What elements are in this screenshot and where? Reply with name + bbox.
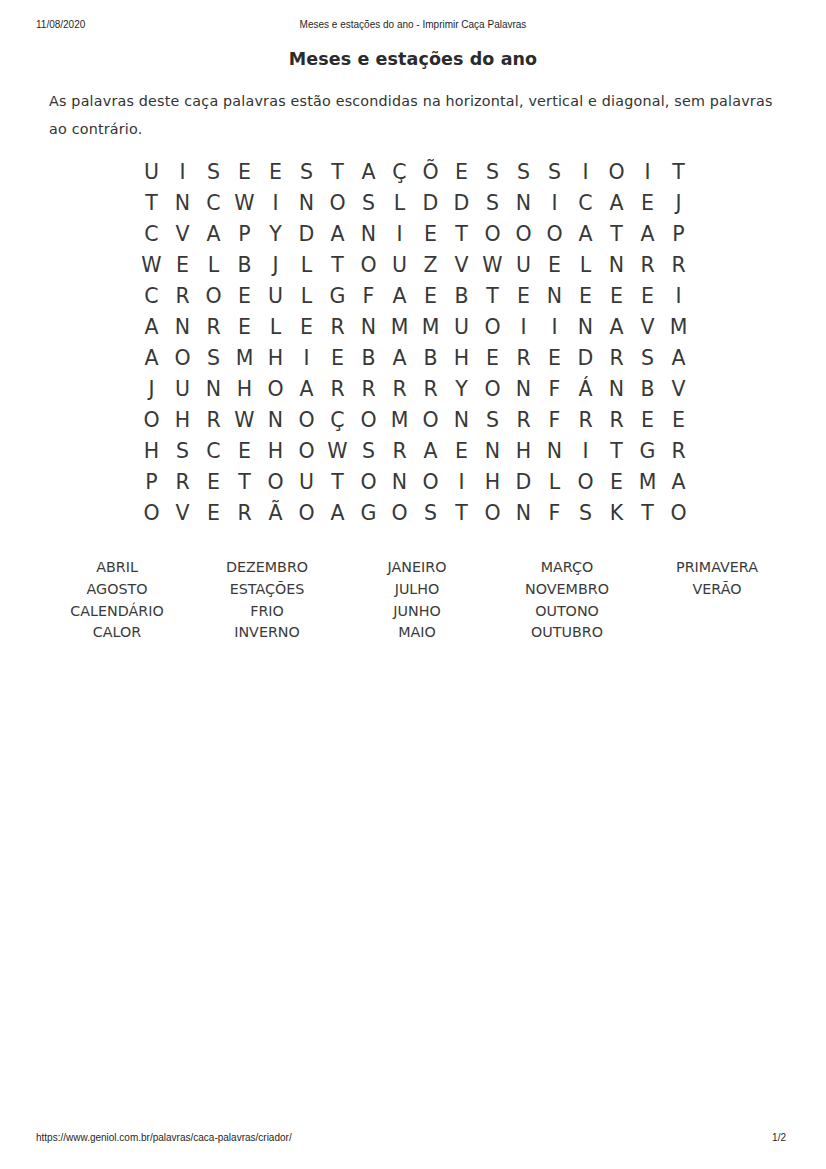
grid-cell: A xyxy=(663,342,694,373)
word-list-column: DEZEMBROESTAÇÕESFRIOINVERNO xyxy=(192,557,342,644)
grid-cell: D xyxy=(570,342,601,373)
grid-cell: O xyxy=(353,249,384,280)
grid-cell: B xyxy=(632,373,663,404)
grid-cell: I xyxy=(291,342,322,373)
grid-cell: N xyxy=(353,218,384,249)
grid-cell: G xyxy=(353,497,384,528)
grid-cell: N xyxy=(446,404,477,435)
grid-cell: O xyxy=(415,404,446,435)
print-footer-url: https://www.geniol.com.br/palavras/caca-… xyxy=(36,1132,292,1143)
page-number: 1/2 xyxy=(772,1132,786,1143)
word-item: OUTONO xyxy=(492,601,642,623)
grid-cell: N xyxy=(539,435,570,466)
grid-cell: O xyxy=(477,311,508,342)
grid-cell: R xyxy=(632,249,663,280)
grid-cell: N xyxy=(167,187,198,218)
grid-cell: O xyxy=(477,497,508,528)
grid-cell: T xyxy=(632,497,663,528)
grid-cell: W xyxy=(477,249,508,280)
grid-cell: L xyxy=(384,187,415,218)
grid-cell: I xyxy=(539,187,570,218)
grid-cell: A xyxy=(198,218,229,249)
grid-cell: N xyxy=(508,373,539,404)
grid-cell: S xyxy=(415,497,446,528)
grid-cell: O xyxy=(260,373,291,404)
grid-cell: W xyxy=(229,404,260,435)
grid-cell: A xyxy=(322,218,353,249)
grid-cell: E xyxy=(291,311,322,342)
grid-cell: H xyxy=(167,404,198,435)
grid-cell: I xyxy=(446,466,477,497)
grid-cell: E xyxy=(198,497,229,528)
grid-cell: C xyxy=(136,280,167,311)
grid-cell: W xyxy=(229,187,260,218)
grid-cell: T xyxy=(446,497,477,528)
grid-cell: R xyxy=(415,373,446,404)
word-item: CALENDÁRIO xyxy=(42,601,192,623)
word-list-column: MARÇONOVEMBROOUTONOOUTUBRO xyxy=(492,557,642,644)
grid-cell: A xyxy=(136,311,167,342)
grid-cell: P xyxy=(663,218,694,249)
grid-cell: A xyxy=(353,156,384,187)
word-item: ESTAÇÕES xyxy=(192,579,342,601)
grid-cell: H xyxy=(446,342,477,373)
grid-cell: E xyxy=(570,280,601,311)
word-item: JANEIRO xyxy=(342,557,492,579)
word-item: NOVEMBRO xyxy=(492,579,642,601)
word-list-column: ABRILAGOSTOCALENDÁRIOCALOR xyxy=(42,557,192,644)
grid-cell: S xyxy=(632,342,663,373)
word-item: CALOR xyxy=(42,622,192,644)
grid-cell: O xyxy=(477,373,508,404)
word-list-column: PRIMAVERAVERÃO xyxy=(642,557,792,601)
grid-cell: R xyxy=(508,404,539,435)
grid-cell: T xyxy=(322,466,353,497)
word-list-column: JANEIROJULHOJUNHOMAIO xyxy=(342,557,492,644)
grid-cell: E xyxy=(415,280,446,311)
grid-cell: C xyxy=(198,435,229,466)
grid-cell: O xyxy=(136,497,167,528)
grid-cell: E xyxy=(477,342,508,373)
grid-cell: O xyxy=(353,404,384,435)
grid-cell: O xyxy=(291,497,322,528)
grid-cell: V xyxy=(632,311,663,342)
grid-cell: R xyxy=(570,404,601,435)
grid-cell: U xyxy=(260,280,291,311)
word-item: MAIO xyxy=(342,622,492,644)
grid-cell: E xyxy=(601,280,632,311)
grid-cell: I xyxy=(167,156,198,187)
grid-cell: L xyxy=(291,249,322,280)
grid-cell: I xyxy=(508,311,539,342)
grid-cell: F xyxy=(539,404,570,435)
word-search-grid: UISEESTAÇÕESSSIOITTNCWINOSLDDSNICAEJCVAP… xyxy=(136,156,694,528)
grid-cell: E xyxy=(632,280,663,311)
word-item: MARÇO xyxy=(492,557,642,579)
word-item: INVERNO xyxy=(192,622,342,644)
grid-cell: O xyxy=(477,218,508,249)
grid-cell: U xyxy=(136,156,167,187)
grid-cell: S xyxy=(477,187,508,218)
grid-cell: A xyxy=(663,466,694,497)
word-list: ABRILAGOSTOCALENDÁRIOCALORDEZEMBROESTAÇÕ… xyxy=(42,557,792,644)
word-item: ABRIL xyxy=(42,557,192,579)
grid-cell: D xyxy=(291,218,322,249)
grid-cell: T xyxy=(601,218,632,249)
grid-cell: A xyxy=(136,342,167,373)
grid-cell: J xyxy=(260,249,291,280)
grid-cell: R xyxy=(663,435,694,466)
grid-cell: Ç xyxy=(384,156,415,187)
grid-cell: O xyxy=(291,404,322,435)
grid-cell: N xyxy=(601,373,632,404)
grid-cell: E xyxy=(322,342,353,373)
grid-cell: R xyxy=(167,466,198,497)
grid-cell: Y xyxy=(446,373,477,404)
grid-cell: N xyxy=(291,187,322,218)
grid-cell: O xyxy=(384,497,415,528)
grid-cell: E xyxy=(508,280,539,311)
grid-cell: T xyxy=(322,156,353,187)
print-header-title: Meses e estações do ano - Imprimir Caça … xyxy=(0,19,826,30)
grid-cell: E xyxy=(229,156,260,187)
grid-cell: M xyxy=(384,311,415,342)
grid-cell: I xyxy=(570,435,601,466)
grid-cell: E xyxy=(539,342,570,373)
grid-cell: G xyxy=(632,435,663,466)
grid-cell: S xyxy=(508,156,539,187)
grid-cell: A xyxy=(322,497,353,528)
grid-cell: Õ xyxy=(415,156,446,187)
grid-cell: B xyxy=(446,280,477,311)
grid-cell: I xyxy=(632,156,663,187)
word-item: PRIMAVERA xyxy=(642,557,792,579)
grid-cell: L xyxy=(260,311,291,342)
grid-cell: Ç xyxy=(322,404,353,435)
grid-cell: D xyxy=(415,187,446,218)
grid-cell: O xyxy=(260,466,291,497)
grid-cell: S xyxy=(353,187,384,218)
grid-cell: E xyxy=(198,466,229,497)
grid-cell: J xyxy=(663,187,694,218)
grid-cell: C xyxy=(136,218,167,249)
grid-cell: E xyxy=(229,311,260,342)
grid-cell: E xyxy=(229,280,260,311)
grid-cell: E xyxy=(446,435,477,466)
grid-cell: M xyxy=(229,342,260,373)
grid-cell: N xyxy=(570,311,601,342)
grid-cell: R xyxy=(601,342,632,373)
grid-cell: R xyxy=(663,249,694,280)
grid-cell: V xyxy=(446,249,477,280)
grid-cell: A xyxy=(632,218,663,249)
word-item: FRIO xyxy=(192,601,342,623)
grid-cell: S xyxy=(291,156,322,187)
grid-cell: H xyxy=(136,435,167,466)
grid-cell: J xyxy=(136,373,167,404)
grid-cell: E xyxy=(446,156,477,187)
grid-cell: O xyxy=(663,497,694,528)
grid-cell: R xyxy=(229,497,260,528)
grid-cell: F xyxy=(353,280,384,311)
grid-cell: N xyxy=(260,404,291,435)
grid-cell: T xyxy=(229,466,260,497)
grid-cell: N xyxy=(198,373,229,404)
grid-cell: N xyxy=(167,311,198,342)
grid-cell: R xyxy=(384,435,415,466)
grid-cell: S xyxy=(570,497,601,528)
grid-cell: V xyxy=(663,373,694,404)
grid-cell: E xyxy=(663,404,694,435)
grid-cell: T xyxy=(663,156,694,187)
grid-cell: I xyxy=(570,156,601,187)
grid-cell: O xyxy=(539,218,570,249)
grid-cell: C xyxy=(198,187,229,218)
grid-cell: O xyxy=(353,466,384,497)
grid-cell: S xyxy=(198,156,229,187)
grid-cell: I xyxy=(539,311,570,342)
grid-cell: O xyxy=(136,404,167,435)
grid-cell: A xyxy=(570,218,601,249)
grid-cell: N xyxy=(384,466,415,497)
grid-cell: O xyxy=(508,218,539,249)
puzzle-instructions: As palavras deste caça palavras estão es… xyxy=(49,87,779,143)
grid-cell: U xyxy=(508,249,539,280)
grid-cell: A xyxy=(415,435,446,466)
grid-cell: S xyxy=(477,156,508,187)
grid-cell: T xyxy=(477,280,508,311)
grid-cell: A xyxy=(601,187,632,218)
grid-cell: M xyxy=(384,404,415,435)
grid-cell: E xyxy=(632,404,663,435)
grid-cell: L xyxy=(539,466,570,497)
grid-cell: H xyxy=(260,342,291,373)
grid-cell: N xyxy=(508,497,539,528)
grid-cell: T xyxy=(601,435,632,466)
word-item: VERÃO xyxy=(642,579,792,601)
word-item: AGOSTO xyxy=(42,579,192,601)
grid-cell: E xyxy=(601,466,632,497)
grid-cell: P xyxy=(229,218,260,249)
grid-cell: K xyxy=(601,497,632,528)
grid-cell: U xyxy=(446,311,477,342)
grid-cell: Y xyxy=(260,218,291,249)
grid-cell: H xyxy=(508,435,539,466)
grid-cell: E xyxy=(167,249,198,280)
grid-cell: E xyxy=(260,156,291,187)
grid-cell: B xyxy=(229,249,260,280)
grid-cell: E xyxy=(229,435,260,466)
grid-cell: O xyxy=(198,280,229,311)
grid-cell: A xyxy=(291,373,322,404)
grid-cell: F xyxy=(539,497,570,528)
grid-cell: T xyxy=(136,187,167,218)
grid-cell: O xyxy=(322,187,353,218)
grid-cell: N xyxy=(353,311,384,342)
grid-cell: R xyxy=(601,404,632,435)
grid-cell: L xyxy=(570,249,601,280)
grid-cell: I xyxy=(260,187,291,218)
grid-cell: T xyxy=(322,249,353,280)
grid-cell: S xyxy=(167,435,198,466)
grid-cell: N xyxy=(477,435,508,466)
grid-cell: S xyxy=(477,404,508,435)
grid-cell: N xyxy=(539,280,570,311)
grid-cell: M xyxy=(663,311,694,342)
word-item: JUNHO xyxy=(342,601,492,623)
grid-cell: O xyxy=(601,156,632,187)
grid-cell: N xyxy=(601,249,632,280)
grid-cell: D xyxy=(508,466,539,497)
grid-cell: Z xyxy=(415,249,446,280)
grid-cell: L xyxy=(291,280,322,311)
grid-cell: R xyxy=(322,311,353,342)
grid-cell: R xyxy=(384,373,415,404)
grid-cell: E xyxy=(632,187,663,218)
grid-cell: R xyxy=(198,404,229,435)
page-title: Meses e estações do ano xyxy=(0,49,826,69)
grid-cell: F xyxy=(539,373,570,404)
grid-cell: S xyxy=(539,156,570,187)
grid-cell: R xyxy=(508,342,539,373)
grid-cell: I xyxy=(663,280,694,311)
grid-cell: A xyxy=(384,280,415,311)
grid-cell: U xyxy=(167,373,198,404)
grid-cell: V xyxy=(167,497,198,528)
grid-cell: R xyxy=(198,311,229,342)
grid-cell: Ã xyxy=(260,497,291,528)
grid-cell: E xyxy=(539,249,570,280)
grid-cell: L xyxy=(198,249,229,280)
grid-cell: B xyxy=(353,342,384,373)
grid-cell: O xyxy=(570,466,601,497)
word-item: DEZEMBRO xyxy=(192,557,342,579)
grid-cell: Á xyxy=(570,373,601,404)
grid-cell: U xyxy=(384,249,415,280)
grid-cell: U xyxy=(291,466,322,497)
grid-cell: O xyxy=(167,342,198,373)
grid-cell: A xyxy=(384,342,415,373)
grid-cell: B xyxy=(415,342,446,373)
grid-cell: C xyxy=(570,187,601,218)
grid-cell: H xyxy=(229,373,260,404)
word-item: JULHO xyxy=(342,579,492,601)
grid-cell: O xyxy=(415,466,446,497)
grid-cell: M xyxy=(415,311,446,342)
grid-cell: R xyxy=(322,373,353,404)
grid-cell: I xyxy=(384,218,415,249)
grid-cell: S xyxy=(353,435,384,466)
grid-cell: M xyxy=(632,466,663,497)
grid-cell: O xyxy=(291,435,322,466)
grid-cell: H xyxy=(260,435,291,466)
grid-cell: W xyxy=(322,435,353,466)
grid-cell: T xyxy=(446,218,477,249)
grid-cell: W xyxy=(136,249,167,280)
grid-cell: A xyxy=(601,311,632,342)
grid-cell: E xyxy=(415,218,446,249)
grid-cell: S xyxy=(198,342,229,373)
grid-cell: P xyxy=(136,466,167,497)
grid-cell: N xyxy=(508,187,539,218)
grid-cell: V xyxy=(167,218,198,249)
word-item: OUTUBRO xyxy=(492,622,642,644)
grid-cell: R xyxy=(353,373,384,404)
grid-cell: R xyxy=(167,280,198,311)
grid-cell: G xyxy=(322,280,353,311)
grid-cell: D xyxy=(446,187,477,218)
grid-cell: H xyxy=(477,466,508,497)
